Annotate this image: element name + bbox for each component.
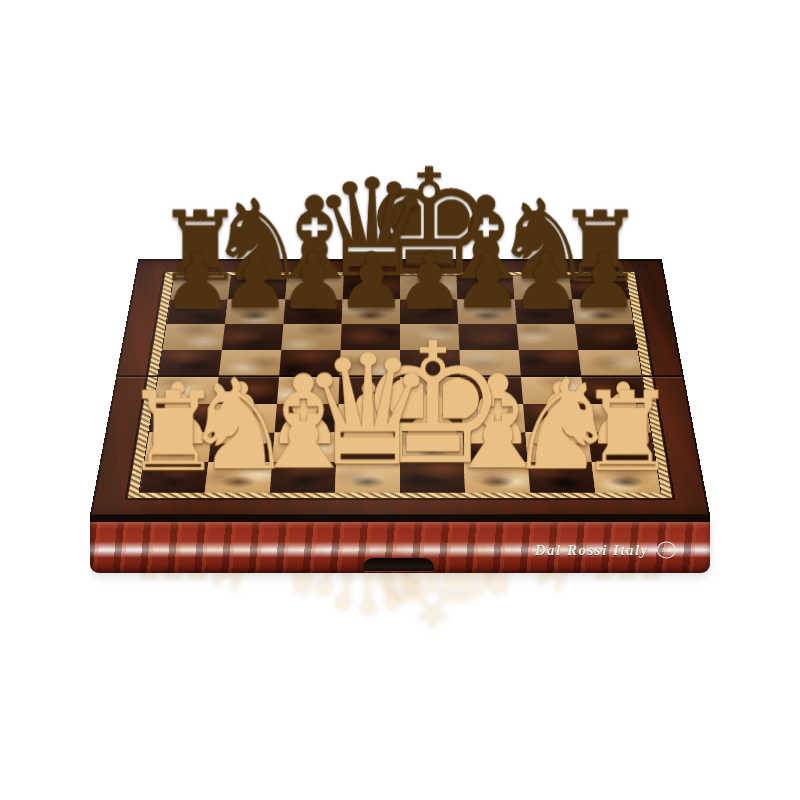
case-top-face: ♜♜♞♞♝♝♛♛♚♚♝♝♞♞♜♜♟♟♟♟♟♟♟♟♟♟♟♟♟♟♟♟♟♟♟♟♟♟♟♟… — [90, 259, 710, 515]
piece-white-queen-d1[interactable]: ♛♛ — [277, 336, 459, 486]
rope-inlay-border: ♜♜♞♞♝♝♛♛♚♚♝♝♞♞♜♜♟♟♟♟♟♟♟♟♟♟♟♟♟♟♟♟♟♟♟♟♟♟♟♟… — [127, 271, 673, 498]
brand-logo: Dal Rossi Italy DR — [535, 541, 676, 558]
square-h1[interactable]: ♜♜ — [592, 462, 661, 493]
case-front-face: Dal Rossi Italy DR — [90, 515, 710, 573]
board: ♜♜♞♞♝♝♛♛♚♚♝♝♞♞♜♜♟♟♟♟♟♟♟♟♟♟♟♟♟♟♟♟♟♟♟♟♟♟♟♟… — [140, 276, 661, 493]
piece-white-rook-h1[interactable]: ♜♜ — [536, 379, 718, 487]
rook-icon: ♜ — [82, 379, 264, 487]
perspective-scene: ♜♜♞♞♝♝♛♛♚♚♝♝♞♞♜♜♟♟♟♟♟♟♟♟♟♟♟♟♟♟♟♟♟♟♟♟♟♟♟♟… — [0, 0, 800, 800]
brand-emblem-icon: DR — [657, 541, 676, 558]
square-d1[interactable]: ♛♛ — [335, 462, 400, 493]
square-a1[interactable]: ♜♜ — [140, 462, 209, 493]
latch-notch — [363, 558, 434, 571]
square-h7[interactable]: ♟♟ — [572, 300, 633, 325]
piece-white-rook-a1[interactable]: ♜♜ — [82, 379, 264, 487]
brand-script-text: Dal Rossi Italy — [535, 541, 649, 558]
queen-icon: ♛ — [277, 336, 459, 486]
chess-case: ♜♜♞♞♝♝♛♛♚♚♝♝♞♞♜♜♟♟♟♟♟♟♟♟♟♟♟♟♟♟♟♟♟♟♟♟♟♟♟♟… — [90, 259, 710, 515]
scene: ♜♜♞♞♝♝♛♛♚♚♝♝♞♞♜♜♟♟♟♟♟♟♟♟♟♟♟♟♟♟♟♟♟♟♟♟♟♟♟♟… — [0, 0, 800, 800]
rook-icon: ♜ — [536, 379, 718, 487]
square-a6[interactable] — [163, 324, 225, 350]
pawn-icon: ♟ — [522, 243, 685, 319]
square-h6[interactable] — [575, 324, 637, 350]
piece-black-pawn-h7[interactable]: ♟♟ — [522, 243, 685, 319]
